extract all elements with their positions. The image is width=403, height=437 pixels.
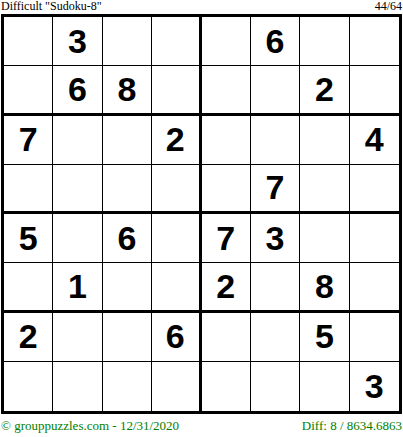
sudoku-page: Difficult "Sudoku-8" 44/64 3668272475673… [0,0,403,437]
cell-r6c3[interactable] [103,263,152,312]
cell-r1c8[interactable] [350,17,399,66]
cell-r2c4[interactable] [152,66,201,115]
given-digit: 6 [117,219,136,258]
cell-r2c2[interactable]: 6 [53,66,102,115]
given-digit: 7 [216,219,235,258]
cell-r8c7[interactable] [300,362,349,411]
cell-r7c2[interactable] [53,313,102,362]
cell-r6c8[interactable] [350,263,399,312]
given-digit: 5 [19,219,38,258]
cell-r4c4[interactable] [152,165,201,214]
cell-r3c4[interactable]: 2 [152,116,201,165]
cell-r5c8[interactable] [350,214,399,263]
sudoku-board: 36682724756731282653 [1,14,402,414]
given-digit: 8 [117,70,136,109]
cell-r7c3[interactable] [103,313,152,362]
cell-r2c7[interactable]: 2 [300,66,349,115]
cell-r1c2[interactable]: 3 [53,17,102,66]
cell-r7c1[interactable]: 2 [4,313,53,362]
cell-r7c5[interactable] [202,313,251,362]
cell-r8c4[interactable] [152,362,201,411]
cell-r6c6[interactable] [251,263,300,312]
difficulty-text: Diff: 8 / 8634.6863 [302,419,402,433]
given-digit: 6 [166,317,185,356]
given-digit: 6 [68,70,87,109]
given-digit: 2 [216,267,235,306]
cell-r7c6[interactable] [251,313,300,362]
cell-r4c1[interactable] [4,165,53,214]
given-digit: 2 [166,120,185,159]
cell-r2c1[interactable] [4,66,53,115]
page-title: Difficult "Sudoku-8" [1,0,102,13]
cell-r6c2[interactable]: 1 [53,263,102,312]
cell-r4c5[interactable] [202,165,251,214]
given-digit: 7 [266,168,285,207]
cell-r3c6[interactable] [251,116,300,165]
cell-r4c3[interactable] [103,165,152,214]
cell-r3c2[interactable] [53,116,102,165]
cell-r2c3[interactable]: 8 [103,66,152,115]
cell-r4c7[interactable] [300,165,349,214]
cell-r7c8[interactable] [350,313,399,362]
cell-r5c6[interactable]: 3 [251,214,300,263]
given-digit: 6 [266,22,285,61]
cell-r8c5[interactable] [202,362,251,411]
copyright-date-text: © grouppuzzles.com - 12/31/2020 [1,419,179,433]
header: Difficult "Sudoku-8" 44/64 [0,0,403,14]
cell-r3c7[interactable] [300,116,349,165]
given-digit: 3 [266,219,285,258]
cell-r2c8[interactable] [350,66,399,115]
cell-r6c1[interactable] [4,263,53,312]
cell-r8c3[interactable] [103,362,152,411]
cell-r5c7[interactable] [300,214,349,263]
given-digit: 3 [365,367,384,406]
cell-r6c5[interactable]: 2 [202,263,251,312]
cell-r1c5[interactable] [202,17,251,66]
given-digit: 2 [19,317,38,356]
cell-r1c6[interactable]: 6 [251,17,300,66]
cell-r3c8[interactable]: 4 [350,116,399,165]
cell-r5c5[interactable]: 7 [202,214,251,263]
given-digit: 3 [68,22,87,61]
cell-r3c1[interactable]: 7 [4,116,53,165]
cell-r3c3[interactable] [103,116,152,165]
cell-r6c7[interactable]: 8 [300,263,349,312]
cell-r8c6[interactable] [251,362,300,411]
cell-r6c4[interactable] [152,263,201,312]
cell-r8c2[interactable] [53,362,102,411]
cell-r4c8[interactable] [350,165,399,214]
givens-counter: 44/64 [375,0,402,13]
cell-r1c3[interactable] [103,17,152,66]
cell-r1c7[interactable] [300,17,349,66]
footer: © grouppuzzles.com - 12/31/2020 Diff: 8 … [0,414,403,433]
given-digit: 5 [315,317,334,356]
given-digit: 1 [68,267,87,306]
cell-r5c2[interactable] [53,214,102,263]
cell-r8c1[interactable] [4,362,53,411]
given-digit: 2 [315,70,334,109]
given-digit: 4 [365,120,384,159]
given-digit: 8 [315,267,334,306]
cell-r7c4[interactable]: 6 [152,313,201,362]
cell-r4c6[interactable]: 7 [251,165,300,214]
cell-r2c5[interactable] [202,66,251,115]
cell-r1c1[interactable] [4,17,53,66]
cell-r8c8[interactable]: 3 [350,362,399,411]
cell-r5c1[interactable]: 5 [4,214,53,263]
cell-r1c4[interactable] [152,17,201,66]
cell-r5c4[interactable] [152,214,201,263]
cell-r2c6[interactable] [251,66,300,115]
cell-r7c7[interactable]: 5 [300,313,349,362]
cell-r4c2[interactable] [53,165,102,214]
cell-r5c3[interactable]: 6 [103,214,152,263]
given-digit: 7 [19,120,38,159]
cell-r3c5[interactable] [202,116,251,165]
